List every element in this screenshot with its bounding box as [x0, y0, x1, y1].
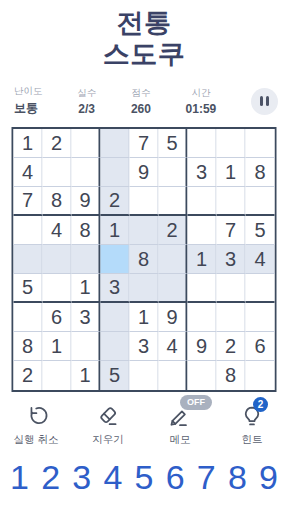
pencil-icon: OFF: [167, 403, 193, 429]
cell-r2c9[interactable]: 8: [246, 158, 275, 187]
erase-button[interactable]: 지우기: [72, 403, 144, 447]
cell-r1c8[interactable]: [217, 129, 246, 158]
cell-r1c6[interactable]: 5: [159, 129, 188, 158]
numpad: 1 2 3 4 5 6 7 8 9: [0, 452, 288, 502]
memo-label: 메모: [170, 433, 191, 447]
cell-r5c2[interactable]: [43, 245, 72, 274]
cell-r8c4[interactable]: [101, 332, 130, 361]
cell-r3c7[interactable]: [188, 187, 217, 216]
score-value: 260: [131, 102, 151, 116]
status-bar: 난이도 보통 실수 2/3 점수 260 시간 01:59: [0, 84, 288, 118]
cell-r4c6[interactable]: 2: [159, 216, 188, 245]
page-title: 전통 스도쿠: [0, 8, 288, 70]
cell-r7c8[interactable]: [217, 303, 246, 332]
cell-r8c6[interactable]: 4: [159, 332, 188, 361]
hint-count-badge: 2: [253, 397, 268, 412]
score-stat: 점수 260: [131, 87, 151, 116]
cell-r5c5[interactable]: 8: [130, 245, 159, 274]
cell-r5c6[interactable]: [159, 245, 188, 274]
cell-r7c9[interactable]: [246, 303, 275, 332]
cell-r1c9[interactable]: [246, 129, 275, 158]
cell-r5c1[interactable]: [14, 245, 43, 274]
pause-icon: [260, 96, 269, 106]
numpad-7[interactable]: 7: [197, 460, 216, 494]
cell-r5c9[interactable]: 4: [246, 245, 275, 274]
numpad-4[interactable]: 4: [103, 460, 122, 494]
hint-label: 힌트: [242, 433, 263, 447]
cell-r4c3[interactable]: 8: [72, 216, 101, 245]
numpad-6[interactable]: 6: [166, 460, 185, 494]
undo-button[interactable]: 실행 취소: [0, 403, 72, 447]
numpad-9[interactable]: 9: [259, 460, 278, 494]
cell-r6c3[interactable]: 1: [72, 274, 101, 303]
cell-r6c6[interactable]: [159, 274, 188, 303]
cell-r4c5[interactable]: [130, 216, 159, 245]
cell-r3c5[interactable]: [130, 187, 159, 216]
cell-r4c4[interactable]: 1: [101, 216, 130, 245]
cell-r3c9[interactable]: [246, 187, 275, 216]
cell-r9c7[interactable]: [188, 361, 217, 390]
cell-r8c1[interactable]: 8: [14, 332, 43, 361]
cell-r7c3[interactable]: 3: [72, 303, 101, 332]
cell-r9c1[interactable]: 2: [14, 361, 43, 390]
cell-r7c1[interactable]: [14, 303, 43, 332]
difficulty-stat: 난이도 보통: [14, 85, 43, 117]
cell-r3c2[interactable]: 8: [43, 187, 72, 216]
cell-r7c7[interactable]: [188, 303, 217, 332]
cell-r5c7[interactable]: 1: [188, 245, 217, 274]
undo-icon: [23, 403, 49, 429]
erase-label: 지우기: [92, 433, 124, 447]
cell-r1c7[interactable]: [188, 129, 217, 158]
cell-r9c5[interactable]: [130, 361, 159, 390]
cell-r1c3[interactable]: [72, 129, 101, 158]
cell-r7c6[interactable]: 9: [159, 303, 188, 332]
sudoku-board: 1275493187892481275813451363198134926215…: [12, 127, 277, 392]
cell-r1c5[interactable]: 7: [130, 129, 159, 158]
numpad-3[interactable]: 3: [72, 460, 91, 494]
numpad-8[interactable]: 8: [228, 460, 247, 494]
cell-r9c8[interactable]: 8: [217, 361, 246, 390]
numpad-1[interactable]: 1: [10, 460, 29, 494]
cell-r6c1[interactable]: 5: [14, 274, 43, 303]
mistakes-value: 2/3: [77, 102, 96, 116]
cell-r2c1[interactable]: 4: [14, 158, 43, 187]
cell-r9c9[interactable]: [246, 361, 275, 390]
page-title-line1: 전통: [0, 8, 288, 39]
difficulty-value: 보통: [14, 100, 43, 117]
cell-r8c3[interactable]: [72, 332, 101, 361]
toolbar: 실행 취소 지우기 OFF 메모: [0, 403, 288, 447]
eraser-icon: [95, 403, 121, 429]
score-label: 점수: [131, 87, 151, 100]
cell-r3c1[interactable]: 7: [14, 187, 43, 216]
difficulty-label: 난이도: [14, 85, 43, 98]
numpad-5[interactable]: 5: [135, 460, 154, 494]
cell-r6c7[interactable]: [188, 274, 217, 303]
cell-r4c7[interactable]: [188, 216, 217, 245]
cell-r4c2[interactable]: 4: [43, 216, 72, 245]
cell-r7c2[interactable]: 6: [43, 303, 72, 332]
cell-r6c9[interactable]: [246, 274, 275, 303]
cell-r8c5[interactable]: 3: [130, 332, 159, 361]
cell-r9c2[interactable]: [43, 361, 72, 390]
cell-r3c6[interactable]: [159, 187, 188, 216]
time-label: 시간: [186, 87, 217, 100]
cell-r6c2[interactable]: [43, 274, 72, 303]
mistakes-label: 실수: [77, 87, 96, 100]
cell-r8c8[interactable]: 2: [217, 332, 246, 361]
mistakes-stat: 실수 2/3: [77, 87, 96, 116]
cell-r2c6[interactable]: [159, 158, 188, 187]
cell-r7c4[interactable]: [101, 303, 130, 332]
page-title-line2: 스도쿠: [0, 39, 288, 70]
cell-r3c8[interactable]: [217, 187, 246, 216]
cell-r6c4[interactable]: 3: [101, 274, 130, 303]
cell-r8c7[interactable]: 9: [188, 332, 217, 361]
memo-off-badge: OFF: [180, 395, 212, 410]
cell-r8c2[interactable]: 1: [43, 332, 72, 361]
lightbulb-icon: 2: [239, 403, 265, 429]
cell-r9c3[interactable]: 1: [72, 361, 101, 390]
cell-r9c6[interactable]: [159, 361, 188, 390]
memo-button[interactable]: OFF 메모: [144, 403, 216, 447]
cell-r2c8[interactable]: 1: [217, 158, 246, 187]
cell-r6c5[interactable]: [130, 274, 159, 303]
cell-r1c2[interactable]: 2: [43, 129, 72, 158]
pause-button[interactable]: [251, 88, 278, 115]
cell-r7c5[interactable]: 1: [130, 303, 159, 332]
time-value: 01:59: [186, 102, 217, 116]
cell-r3c3[interactable]: 9: [72, 187, 101, 216]
cell-r4c9[interactable]: 5: [246, 216, 275, 245]
cell-r3c4[interactable]: 2: [101, 187, 130, 216]
cell-r2c7[interactable]: 3: [188, 158, 217, 187]
cell-r1c4[interactable]: [101, 129, 130, 158]
cell-r9c4[interactable]: 5: [101, 361, 130, 390]
cell-r5c3[interactable]: [72, 245, 101, 274]
cell-r8c9[interactable]: 6: [246, 332, 275, 361]
undo-label: 실행 취소: [14, 433, 59, 447]
cell-r4c8[interactable]: 7: [217, 216, 246, 245]
cell-r2c2[interactable]: [43, 158, 72, 187]
time-stat: 시간 01:59: [186, 87, 217, 116]
cell-r2c4[interactable]: [101, 158, 130, 187]
cell-r5c8[interactable]: 3: [217, 245, 246, 274]
cell-r2c5[interactable]: 9: [130, 158, 159, 187]
cell-r4c1[interactable]: [14, 216, 43, 245]
numpad-2[interactable]: 2: [41, 460, 60, 494]
cell-r1c1[interactable]: 1: [14, 129, 43, 158]
cell-r5c4[interactable]: [101, 245, 130, 274]
hint-button[interactable]: 2 힌트: [216, 403, 288, 447]
cell-r6c8[interactable]: [217, 274, 246, 303]
cell-r2c3[interactable]: [72, 158, 101, 187]
